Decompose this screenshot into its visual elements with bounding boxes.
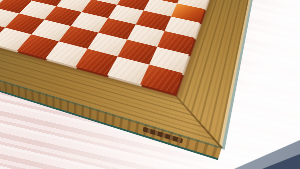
perspective-scene: [0, 0, 300, 169]
chessboard-photo: [0, 0, 300, 169]
chessboard: [0, 0, 257, 147]
